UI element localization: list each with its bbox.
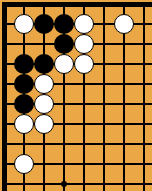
stones-grid [0,0,152,191]
white-stone[interactable] [54,54,74,74]
white-stone[interactable] [114,14,134,34]
white-stone[interactable] [74,34,94,54]
white-stone[interactable] [14,14,34,34]
white-stone[interactable] [34,94,54,114]
white-stone[interactable] [14,154,34,174]
black-stone[interactable] [14,74,34,94]
black-stone[interactable] [14,94,34,114]
white-stone[interactable] [14,114,34,134]
black-stone[interactable] [34,14,54,34]
white-stone[interactable] [34,74,54,94]
white-stone[interactable] [74,54,94,74]
black-stone[interactable] [54,14,74,34]
white-stone[interactable] [74,14,94,34]
black-stone[interactable] [34,54,54,74]
black-stone[interactable] [54,34,74,54]
black-stone[interactable] [14,54,34,74]
white-stone[interactable] [34,114,54,134]
go-board[interactable] [0,0,152,191]
